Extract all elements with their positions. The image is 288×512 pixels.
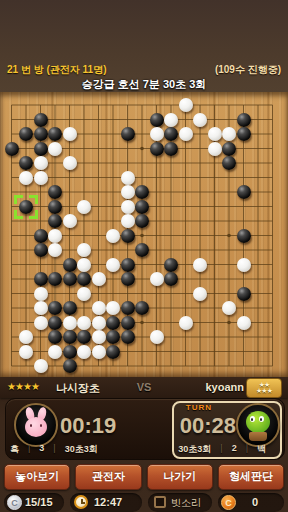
black-stone xyxy=(34,229,48,243)
black-stone xyxy=(48,330,62,344)
black-stone xyxy=(48,200,62,214)
game-rules-label: 승강급 호선 7분 30초 3회 xyxy=(0,77,288,92)
white-rank-badge-icon: ★★ ★★★ xyxy=(246,378,282,398)
black-stone xyxy=(135,185,149,199)
white-stone xyxy=(92,316,106,330)
rain-sound-pill: 빗소리 xyxy=(148,493,212,512)
black-stone xyxy=(121,229,135,243)
white-stone xyxy=(63,214,77,228)
white-stone xyxy=(34,171,48,185)
black-stone xyxy=(135,243,149,257)
white-stone xyxy=(193,113,207,127)
black-stone xyxy=(237,113,251,127)
black-stone xyxy=(106,316,120,330)
move-count-label: (109수 진행중) xyxy=(215,63,281,77)
black-stone xyxy=(34,113,48,127)
room-status-line: 21 번 방 (관전자 11명) (109수 진행중) xyxy=(0,63,288,77)
white-stone xyxy=(19,345,33,359)
white-stone xyxy=(150,127,164,141)
white-stone xyxy=(34,301,48,315)
orange-coin-pill: C 0 xyxy=(218,493,284,512)
divider: | xyxy=(53,443,55,456)
black-stone xyxy=(34,142,48,156)
white-stone xyxy=(106,258,120,272)
black-byoyomi-info: 흑 | 3 | 30초3회 xyxy=(10,443,98,456)
black-stone xyxy=(19,156,33,170)
white-stone xyxy=(34,359,48,373)
rain-sound-label: 빗소리 xyxy=(171,496,201,510)
divider: | xyxy=(220,443,222,456)
action-button-row: 놓아보기 관전자 나가기 형세판단 xyxy=(0,464,288,490)
white-stone xyxy=(63,156,77,170)
black-stone xyxy=(164,258,178,272)
room-info-label: 21 번 방 (관전자 11명) xyxy=(7,63,106,77)
black-stone xyxy=(63,330,77,344)
black-stone xyxy=(48,301,62,315)
clock-pill: 12:47 xyxy=(70,493,142,512)
white-stone xyxy=(77,243,91,257)
black-byoyomi-setting: 30초3회 xyxy=(65,443,98,456)
black-stone xyxy=(48,127,62,141)
white-stone xyxy=(63,316,77,330)
clock-time: 12:47 xyxy=(94,496,122,508)
black-stone xyxy=(34,243,48,257)
white-stone xyxy=(92,330,106,344)
black-stone xyxy=(106,345,120,359)
divider: | xyxy=(246,443,248,456)
black-stone xyxy=(135,301,149,315)
black-stone xyxy=(237,185,251,199)
black-byoyomi-count: 3 xyxy=(39,443,44,456)
players-bar: ★★★★ 나시장초 VS kyoann ★★ ★★★ xyxy=(0,377,288,398)
white-stone-label: 백 xyxy=(257,443,266,456)
black-stone xyxy=(34,272,48,286)
white-stone xyxy=(193,258,207,272)
bottom-panel-zone: ★★★★ 나시장초 VS kyoann ★★ ★★★ TURN 00:19 00… xyxy=(0,377,288,512)
white-stone xyxy=(106,229,120,243)
black-stone xyxy=(121,272,135,286)
white-stone xyxy=(237,316,251,330)
white-stone xyxy=(19,330,33,344)
white-stone xyxy=(222,127,236,141)
black-stone xyxy=(121,316,135,330)
black-stone xyxy=(135,200,149,214)
black-stone xyxy=(164,142,178,156)
orange-coin-count: 0 xyxy=(252,496,258,508)
footer-status-bar: C 15/15 12:47 빗소리 C 0 xyxy=(0,493,288,512)
white-stone xyxy=(179,98,193,112)
white-stone xyxy=(121,214,135,228)
white-stone xyxy=(92,272,106,286)
black-stone xyxy=(237,127,251,141)
black-stone xyxy=(121,301,135,315)
go-board[interactable] xyxy=(0,92,288,377)
white-stone xyxy=(208,127,222,141)
black-stone xyxy=(63,359,77,373)
last-move-marker xyxy=(16,197,36,217)
white-stone xyxy=(34,316,48,330)
white-stone xyxy=(77,345,91,359)
white-stone xyxy=(48,229,62,243)
top-header-zone: 21 번 방 (관전자 11명) (109수 진행중) 승강급 호선 7분 30… xyxy=(0,0,288,92)
black-stone xyxy=(48,272,62,286)
black-stone xyxy=(222,156,236,170)
white-stone xyxy=(48,243,62,257)
white-stone xyxy=(121,185,135,199)
white-stone xyxy=(77,287,91,301)
black-stone xyxy=(48,185,62,199)
white-stone xyxy=(150,330,164,344)
black-stone xyxy=(222,142,236,156)
black-stone xyxy=(63,258,77,272)
white-stone xyxy=(92,345,106,359)
orange-coin-icon: C xyxy=(221,495,236,510)
badge-stars-row2: ★★★ xyxy=(256,388,272,394)
white-stone xyxy=(237,258,251,272)
white-stone xyxy=(48,142,62,156)
white-stone xyxy=(77,316,91,330)
black-stone xyxy=(121,330,135,344)
black-stone xyxy=(164,272,178,286)
rain-sound-checkbox[interactable] xyxy=(154,496,166,508)
white-byoyomi-info: 30초3회 | 2 | 백 xyxy=(178,443,266,456)
black-stone xyxy=(63,345,77,359)
white-stone xyxy=(121,200,135,214)
vs-label: VS xyxy=(0,381,288,393)
white-stone xyxy=(150,272,164,286)
white-player-name: kyoann xyxy=(205,381,244,393)
black-stone xyxy=(19,127,33,141)
black-stone xyxy=(121,127,135,141)
black-stone xyxy=(164,127,178,141)
black-stone xyxy=(48,316,62,330)
black-stone xyxy=(63,272,77,286)
white-stone xyxy=(92,301,106,315)
black-avatar-rabbit-icon xyxy=(14,403,58,447)
black-stone xyxy=(135,214,149,228)
black-stone xyxy=(106,330,120,344)
black-stone xyxy=(77,272,91,286)
white-stone xyxy=(77,200,91,214)
silver-coin-icon: C xyxy=(7,495,22,510)
white-stone xyxy=(63,127,77,141)
spectators-button[interactable]: 관전자 xyxy=(75,464,141,490)
black-stone xyxy=(48,214,62,228)
black-stone xyxy=(150,142,164,156)
black-stone xyxy=(150,113,164,127)
black-stone xyxy=(5,142,19,156)
white-stone xyxy=(106,301,120,315)
white-stone xyxy=(34,287,48,301)
go-app-screen: { "game": "Go (Baduk) - Korean baduk app… xyxy=(0,0,288,512)
white-stone xyxy=(222,301,236,315)
white-byoyomi-count: 2 xyxy=(232,443,237,456)
silver-coin-count: 15/15 xyxy=(25,496,53,508)
white-stone xyxy=(34,156,48,170)
black-stone xyxy=(77,330,91,344)
black-stone xyxy=(34,127,48,141)
white-byoyomi-setting: 30초3회 xyxy=(178,443,211,456)
white-stone xyxy=(48,345,62,359)
black-stone-label: 흑 xyxy=(10,443,19,456)
black-stone xyxy=(63,301,77,315)
white-stone xyxy=(179,316,193,330)
white-stone xyxy=(77,258,91,272)
position-judge-button[interactable]: 형세판단 xyxy=(218,464,284,490)
white-stone xyxy=(208,142,222,156)
try-moves-button[interactable]: 놓아보기 xyxy=(4,464,70,490)
white-avatar-snake-icon xyxy=(236,403,280,447)
black-stone xyxy=(237,229,251,243)
silver-coin-pill: C 15/15 xyxy=(4,493,64,512)
white-stone xyxy=(19,171,33,185)
black-stone xyxy=(237,287,251,301)
divider: | xyxy=(28,443,30,456)
white-stone xyxy=(193,287,207,301)
black-timer: 00:19 xyxy=(60,413,116,439)
black-stone xyxy=(121,258,135,272)
white-stone xyxy=(121,171,135,185)
white-stone xyxy=(179,127,193,141)
byoyomi-info-row: 흑 | 3 | 30초3회 30초3회 | 2 | 백 xyxy=(0,443,278,457)
alarm-clock-icon xyxy=(74,495,88,509)
turn-indicator-label: TURN xyxy=(186,403,212,412)
white-stone xyxy=(164,113,178,127)
white-timer: 00:28 xyxy=(180,413,236,439)
leave-room-button[interactable]: 나가기 xyxy=(147,464,213,490)
